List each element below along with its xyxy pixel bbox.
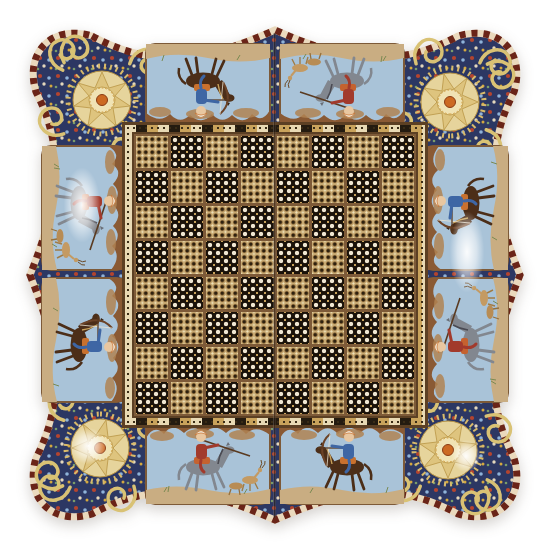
square-e5[interactable] (277, 241, 309, 273)
square-c7[interactable] (206, 171, 238, 203)
square-e1[interactable] (277, 382, 309, 414)
square-c4[interactable] (206, 277, 238, 309)
miniature-panel-right-lower (424, 278, 508, 402)
square-h6[interactable] (382, 206, 414, 238)
square-g7[interactable] (347, 171, 379, 203)
square-e3[interactable] (277, 312, 309, 344)
square-e6[interactable] (277, 206, 309, 238)
square-a1[interactable] (136, 382, 168, 414)
square-d1[interactable] (241, 382, 273, 414)
miniature-panel-left-lower (42, 278, 126, 402)
square-h3[interactable] (382, 312, 414, 344)
square-c1[interactable] (206, 382, 238, 414)
square-d8[interactable] (241, 136, 273, 168)
square-d7[interactable] (241, 171, 273, 203)
miniature-panel-top-left (146, 44, 270, 128)
square-f6[interactable] (312, 206, 344, 238)
square-f5[interactable] (312, 241, 344, 273)
square-g1[interactable] (347, 382, 379, 414)
square-a2[interactable] (136, 347, 168, 379)
square-e7[interactable] (277, 171, 309, 203)
square-g3[interactable] (347, 312, 379, 344)
square-h7[interactable] (382, 171, 414, 203)
square-f7[interactable] (312, 171, 344, 203)
square-g4[interactable] (347, 277, 379, 309)
miniature-panel-top-right (280, 44, 404, 128)
square-e8[interactable] (277, 136, 309, 168)
square-b7[interactable] (171, 171, 203, 203)
square-b8[interactable] (171, 136, 203, 168)
square-c6[interactable] (206, 206, 238, 238)
board-photo-stage (0, 0, 550, 550)
square-d6[interactable] (241, 206, 273, 238)
square-a6[interactable] (136, 206, 168, 238)
miniature-panel-left-upper (42, 146, 126, 270)
square-g5[interactable] (347, 241, 379, 273)
square-b4[interactable] (171, 277, 203, 309)
square-e4[interactable] (277, 277, 309, 309)
square-b5[interactable] (171, 241, 203, 273)
miniature-panel-bottom-left (146, 420, 270, 504)
square-c5[interactable] (206, 241, 238, 273)
square-d4[interactable] (241, 277, 273, 309)
square-h2[interactable] (382, 347, 414, 379)
miniature-panel-bottom-right (280, 420, 404, 504)
square-c8[interactable] (206, 136, 238, 168)
square-f1[interactable] (312, 382, 344, 414)
square-d2[interactable] (241, 347, 273, 379)
square-h5[interactable] (382, 241, 414, 273)
square-h1[interactable] (382, 382, 414, 414)
square-f8[interactable] (312, 136, 344, 168)
square-b2[interactable] (171, 347, 203, 379)
square-b1[interactable] (171, 382, 203, 414)
square-e2[interactable] (277, 347, 309, 379)
square-d3[interactable] (241, 312, 273, 344)
square-a4[interactable] (136, 277, 168, 309)
board-fold-seam (273, 33, 276, 518)
square-c2[interactable] (206, 347, 238, 379)
square-c3[interactable] (206, 312, 238, 344)
square-a8[interactable] (136, 136, 168, 168)
square-a3[interactable] (136, 312, 168, 344)
square-d5[interactable] (241, 241, 273, 273)
square-b3[interactable] (171, 312, 203, 344)
square-a5[interactable] (136, 241, 168, 273)
square-f3[interactable] (312, 312, 344, 344)
square-h4[interactable] (382, 277, 414, 309)
miniature-panel-right-upper (424, 146, 508, 270)
square-f2[interactable] (312, 347, 344, 379)
square-b6[interactable] (171, 206, 203, 238)
square-f4[interactable] (312, 277, 344, 309)
square-g6[interactable] (347, 206, 379, 238)
square-a7[interactable] (136, 171, 168, 203)
square-g2[interactable] (347, 347, 379, 379)
square-g8[interactable] (347, 136, 379, 168)
square-h8[interactable] (382, 136, 414, 168)
